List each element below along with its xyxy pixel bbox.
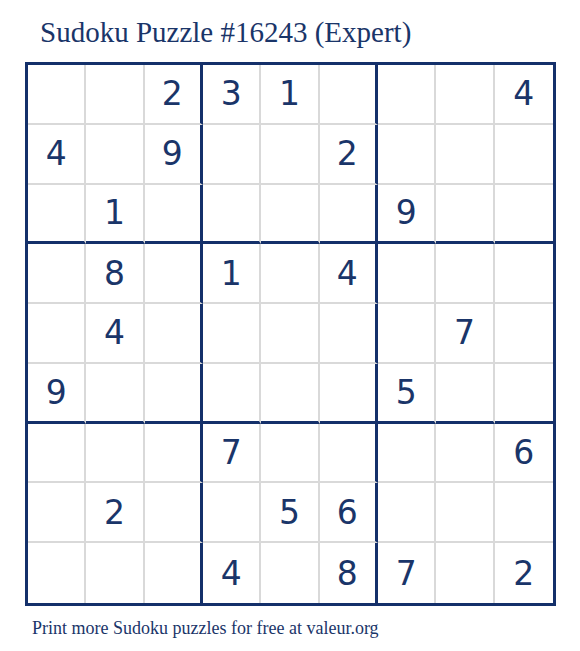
cell-r6c9[interactable] <box>495 364 553 424</box>
cell-r5c1[interactable] <box>28 304 86 364</box>
cell-r4c8[interactable] <box>436 244 494 304</box>
cell-r8c4[interactable] <box>203 483 261 543</box>
cell-r5c7[interactable] <box>378 304 436 364</box>
cell-r4c7[interactable] <box>378 244 436 304</box>
cell-r5c9[interactable] <box>495 304 553 364</box>
cell-r4c1[interactable] <box>28 244 86 304</box>
cell-r7c5[interactable] <box>261 424 319 484</box>
cell-r8c6[interactable]: 6 <box>320 483 378 543</box>
cell-r7c2[interactable] <box>86 424 144 484</box>
cell-r9c3[interactable] <box>145 543 203 603</box>
cell-r3c9[interactable] <box>495 185 553 245</box>
cell-r8c8[interactable] <box>436 483 494 543</box>
cell-r2c5[interactable] <box>261 125 319 185</box>
cell-r6c7[interactable]: 5 <box>378 364 436 424</box>
cell-r7c9[interactable]: 6 <box>495 424 553 484</box>
cell-r2c4[interactable] <box>203 125 261 185</box>
cell-r9c2[interactable] <box>86 543 144 603</box>
cell-r1c2[interactable] <box>86 65 144 125</box>
footer-text: Print more Sudoku puzzles for free at va… <box>32 617 580 639</box>
cell-r9c4[interactable]: 4 <box>203 543 261 603</box>
cell-r9c5[interactable] <box>261 543 319 603</box>
cell-r7c6[interactable] <box>320 424 378 484</box>
cell-r5c2[interactable]: 4 <box>86 304 144 364</box>
cell-r6c4[interactable] <box>203 364 261 424</box>
cell-r6c2[interactable] <box>86 364 144 424</box>
cell-r2c7[interactable] <box>378 125 436 185</box>
cell-r6c8[interactable] <box>436 364 494 424</box>
cell-r3c7[interactable]: 9 <box>378 185 436 245</box>
cell-r5c4[interactable] <box>203 304 261 364</box>
cell-r7c4[interactable]: 7 <box>203 424 261 484</box>
sudoku-page: Sudoku Puzzle #16243 (Expert) 2314492198… <box>0 14 580 651</box>
cell-r4c9[interactable] <box>495 244 553 304</box>
cell-r7c8[interactable] <box>436 424 494 484</box>
cell-r2c1[interactable]: 4 <box>28 125 86 185</box>
cell-r6c5[interactable] <box>261 364 319 424</box>
cell-r6c6[interactable] <box>320 364 378 424</box>
cell-r8c9[interactable] <box>495 483 553 543</box>
cell-r5c3[interactable] <box>145 304 203 364</box>
cell-r1c6[interactable] <box>320 65 378 125</box>
cell-r6c1[interactable]: 9 <box>28 364 86 424</box>
cell-r7c3[interactable] <box>145 424 203 484</box>
cell-r2c2[interactable] <box>86 125 144 185</box>
cell-r8c5[interactable]: 5 <box>261 483 319 543</box>
cell-r9c8[interactable] <box>436 543 494 603</box>
cell-r8c2[interactable]: 2 <box>86 483 144 543</box>
cell-r9c7[interactable]: 7 <box>378 543 436 603</box>
cell-r3c6[interactable] <box>320 185 378 245</box>
cell-r8c3[interactable] <box>145 483 203 543</box>
cell-r1c7[interactable] <box>378 65 436 125</box>
cell-r2c9[interactable] <box>495 125 553 185</box>
cell-r1c8[interactable] <box>436 65 494 125</box>
cell-r6c3[interactable] <box>145 364 203 424</box>
cell-r2c6[interactable]: 2 <box>320 125 378 185</box>
cell-r3c1[interactable] <box>28 185 86 245</box>
cell-r3c4[interactable] <box>203 185 261 245</box>
cell-r4c4[interactable]: 1 <box>203 244 261 304</box>
cell-r1c9[interactable]: 4 <box>495 65 553 125</box>
cell-r4c2[interactable]: 8 <box>86 244 144 304</box>
cell-r9c6[interactable]: 8 <box>320 543 378 603</box>
cell-r9c9[interactable]: 2 <box>495 543 553 603</box>
cell-r8c7[interactable] <box>378 483 436 543</box>
page-title: Sudoku Puzzle #16243 (Expert) <box>40 14 580 50</box>
cell-r2c3[interactable]: 9 <box>145 125 203 185</box>
cell-r4c3[interactable] <box>145 244 203 304</box>
sudoku-grid: 2314492198144795762564872 <box>25 62 556 606</box>
cell-r8c1[interactable] <box>28 483 86 543</box>
cell-r3c8[interactable] <box>436 185 494 245</box>
cell-r1c5[interactable]: 1 <box>261 65 319 125</box>
cell-r3c2[interactable]: 1 <box>86 185 144 245</box>
cell-r5c5[interactable] <box>261 304 319 364</box>
cell-r1c3[interactable]: 2 <box>145 65 203 125</box>
cell-r7c7[interactable] <box>378 424 436 484</box>
cell-r1c4[interactable]: 3 <box>203 65 261 125</box>
cell-r3c3[interactable] <box>145 185 203 245</box>
cell-r9c1[interactable] <box>28 543 86 603</box>
cell-r7c1[interactable] <box>28 424 86 484</box>
cell-r4c5[interactable] <box>261 244 319 304</box>
cell-r5c6[interactable] <box>320 304 378 364</box>
cell-r4c6[interactable]: 4 <box>320 244 378 304</box>
cell-r3c5[interactable] <box>261 185 319 245</box>
cell-r5c8[interactable]: 7 <box>436 304 494 364</box>
cell-r1c1[interactable] <box>28 65 86 125</box>
cell-r2c8[interactable] <box>436 125 494 185</box>
